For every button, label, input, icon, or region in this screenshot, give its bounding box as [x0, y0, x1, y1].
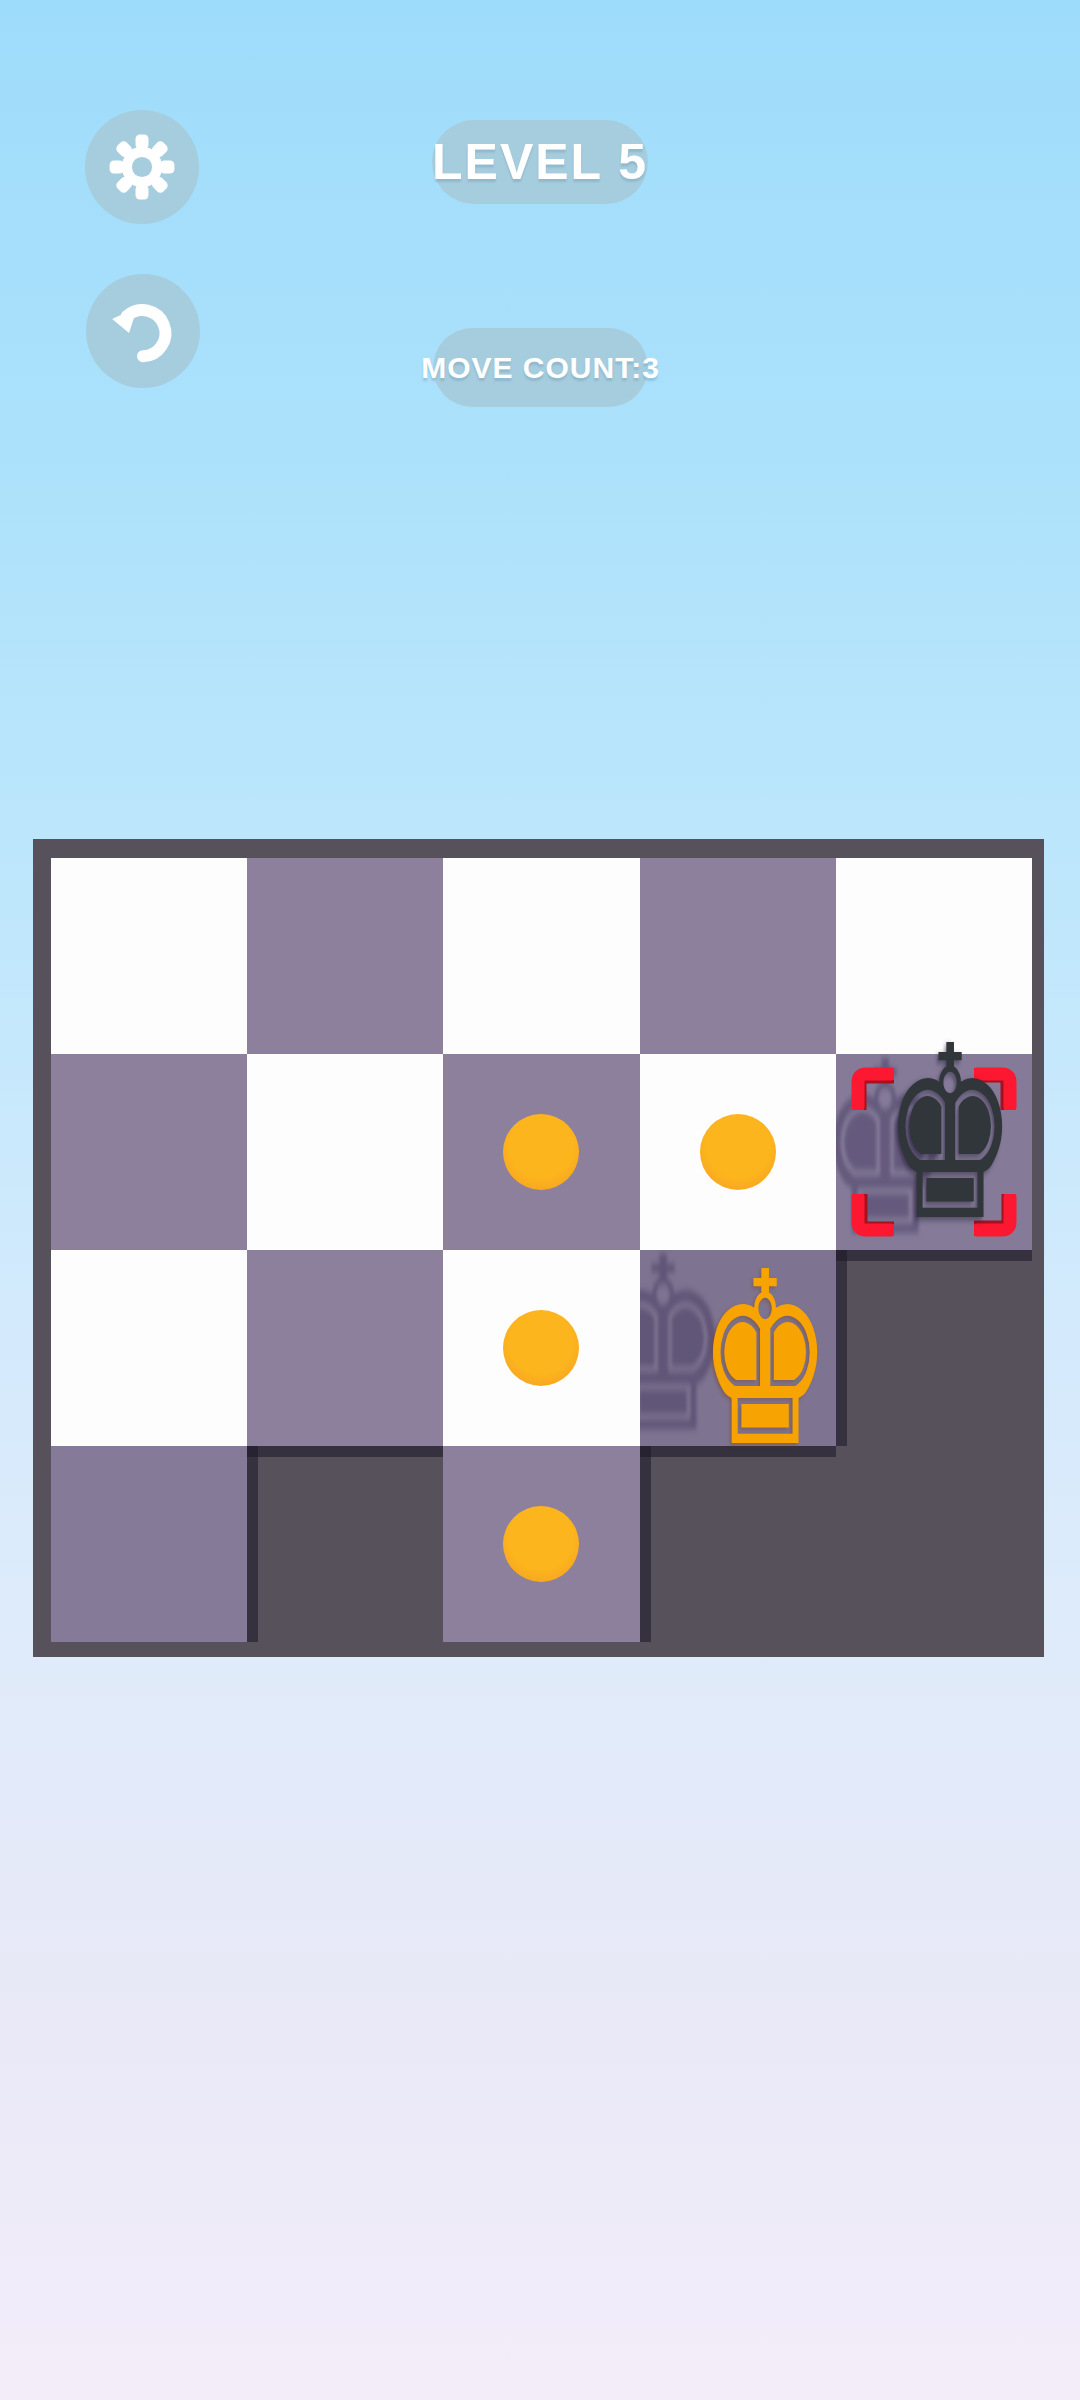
- move-count-badge: MOVE COUNT:3: [433, 328, 648, 407]
- cell-b4[interactable]: [247, 858, 443, 1054]
- cell-a2[interactable]: [51, 1250, 247, 1446]
- move-dot[interactable]: [503, 1506, 579, 1582]
- cell-b1: [247, 1446, 443, 1642]
- game-screen: LEVEL 5 MOVE COUNT:3 ♚♚♚♚: [0, 0, 1080, 2400]
- cell-e2: [836, 1250, 1032, 1446]
- gear-icon: [106, 131, 178, 203]
- move-count-label: MOVE COUNT:3: [421, 351, 660, 385]
- move-dot[interactable]: [503, 1310, 579, 1386]
- cell-c2[interactable]: [443, 1250, 639, 1446]
- cell-b3[interactable]: [247, 1054, 443, 1250]
- cell-e1: [836, 1446, 1032, 1642]
- cell-c3[interactable]: [443, 1054, 639, 1250]
- board-grid: ♚♚♚♚: [51, 858, 1032, 1642]
- level-label: LEVEL 5: [432, 133, 648, 191]
- move-dot[interactable]: [503, 1114, 579, 1190]
- puzzle-board: ♚♚♚♚: [33, 839, 1044, 1657]
- cell-d2[interactable]: ♚♚: [640, 1250, 836, 1446]
- cell-a1[interactable]: [51, 1446, 247, 1642]
- cell-c1[interactable]: [443, 1446, 639, 1642]
- cell-e3[interactable]: ♚♚: [836, 1054, 1032, 1250]
- restart-button[interactable]: [86, 274, 200, 388]
- settings-button[interactable]: [85, 110, 199, 224]
- level-badge: LEVEL 5: [432, 120, 648, 204]
- move-dot[interactable]: [700, 1114, 776, 1190]
- cell-a3[interactable]: [51, 1054, 247, 1250]
- white-king[interactable]: ♚: [698, 1246, 831, 1474]
- cell-d4[interactable]: [640, 858, 836, 1054]
- cell-a4[interactable]: [51, 858, 247, 1054]
- cell-c4[interactable]: [443, 858, 639, 1054]
- cell-b2[interactable]: [247, 1250, 443, 1446]
- black-king[interactable]: ♚: [883, 1020, 1016, 1248]
- restart-icon: [108, 296, 178, 366]
